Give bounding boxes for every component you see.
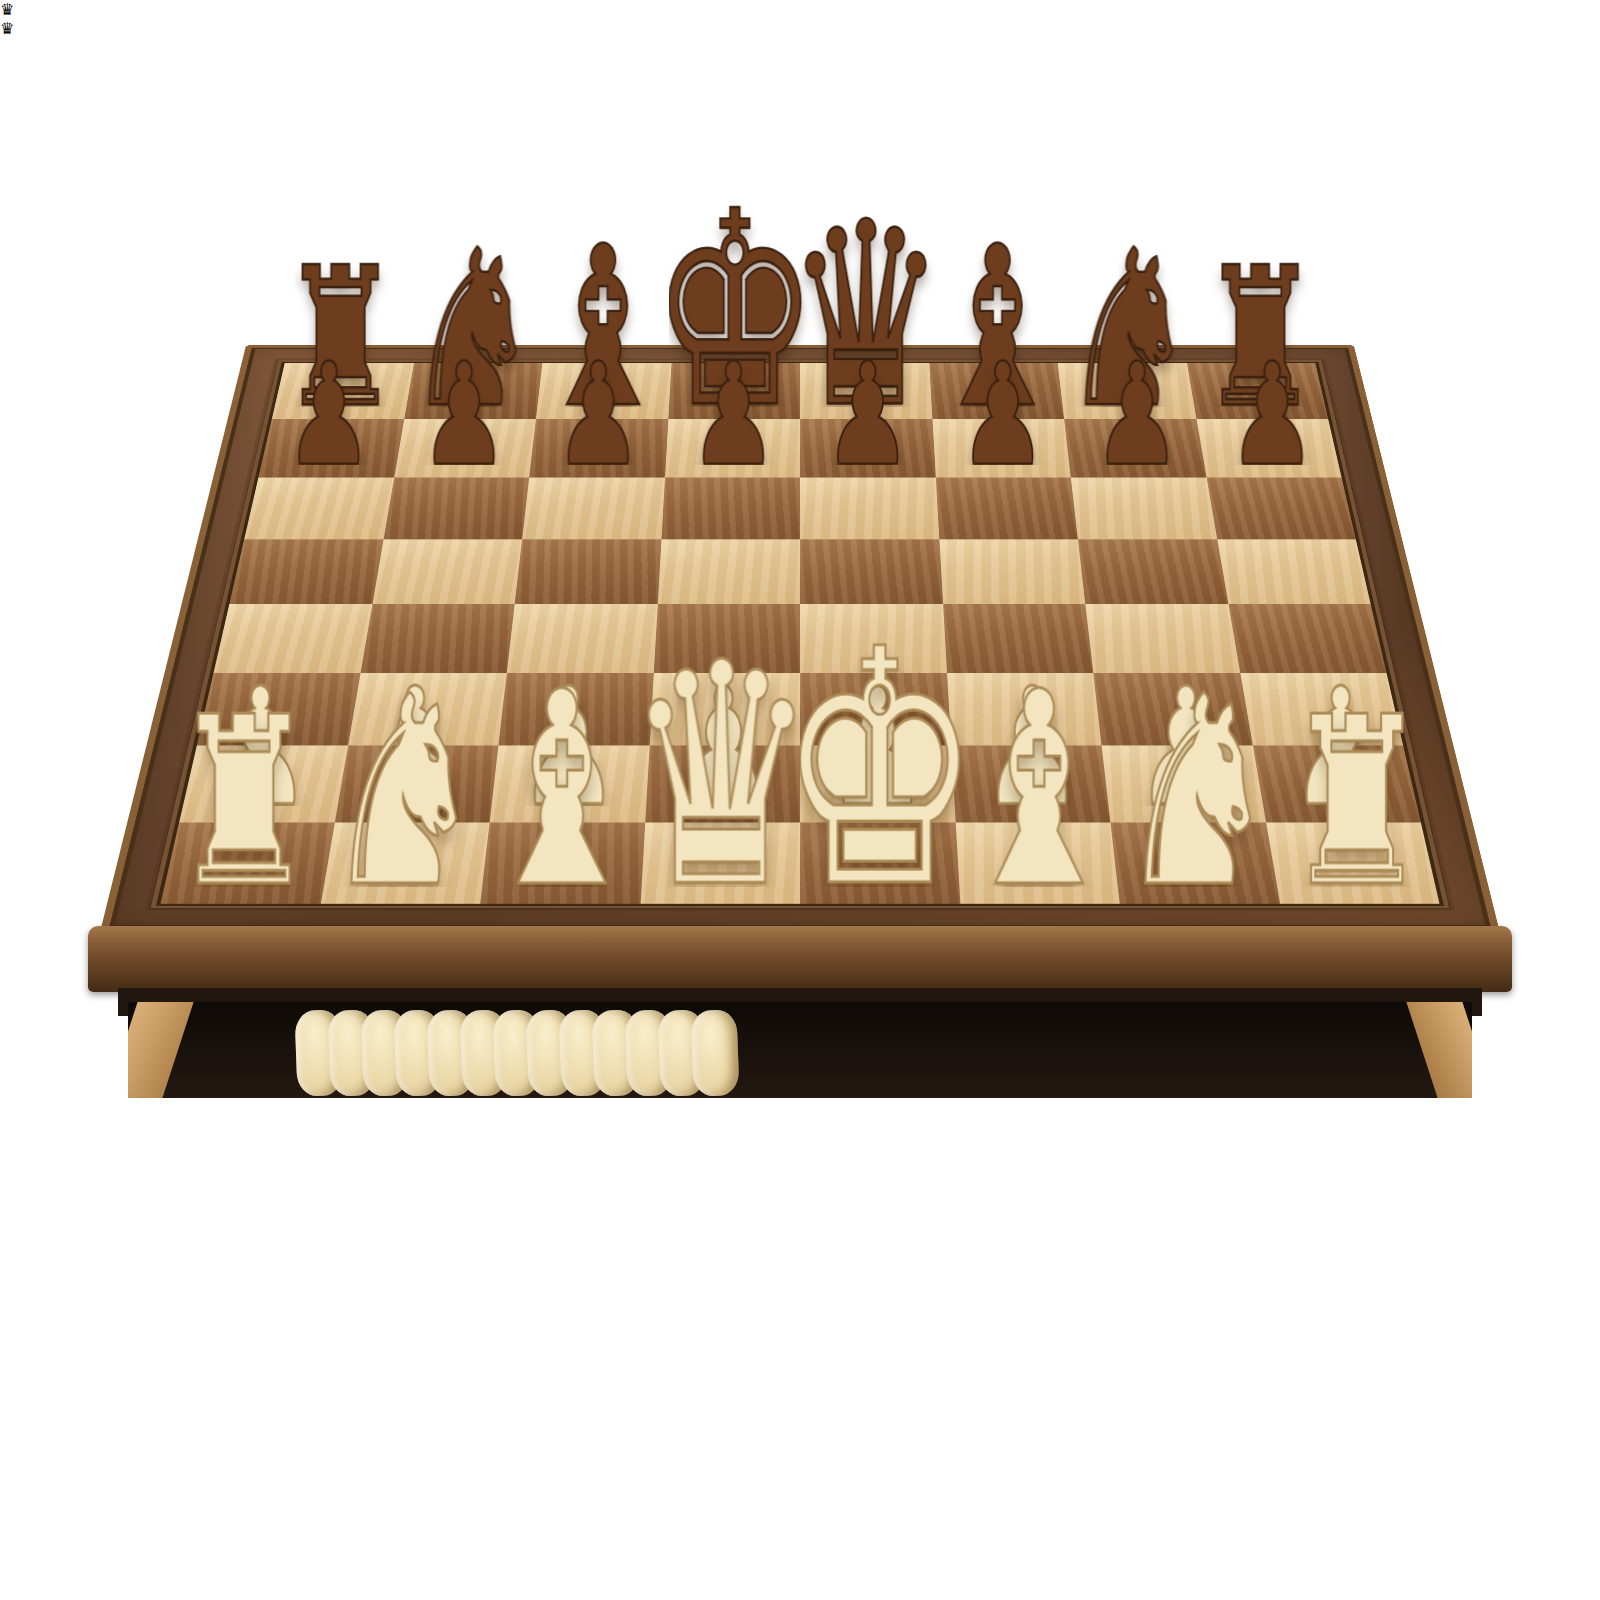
square-f1[interactable]: [955, 822, 1120, 903]
square-g4[interactable]: [1085, 604, 1240, 673]
square-a1[interactable]: [161, 822, 335, 903]
square-f3[interactable]: [947, 673, 1102, 746]
square-c7[interactable]: [529, 419, 668, 478]
spare-white-queen[interactable]: ♛: [0, 19, 1600, 38]
square-a7[interactable]: [258, 419, 404, 478]
square-e4[interactable]: [800, 604, 947, 673]
square-e6[interactable]: [800, 478, 939, 540]
product-photo-chess-set: ♜♞♝♚♛♝♞♜♟♟♟♟♟♟♟♟♟♟♟♟♟♟♟♟♜♞♝♛♚♝♞♜ ♛ ♛: [0, 0, 1600, 1600]
checkers-dark: [896, 1010, 1305, 1096]
square-g3[interactable]: [1093, 673, 1252, 746]
square-e2[interactable]: [800, 745, 955, 822]
square-h2[interactable]: [1252, 745, 1420, 822]
drawer-side-rail-right: [1406, 1002, 1472, 1098]
black-queen-icon: ♛: [0, 0, 14, 19]
white-queen-icon: ♛: [0, 19, 14, 38]
square-g1[interactable]: [1110, 822, 1279, 903]
square-a5[interactable]: [229, 539, 383, 604]
square-f4[interactable]: [943, 604, 1094, 673]
square-f6[interactable]: [935, 478, 1077, 540]
checker-light-13[interactable]: [691, 1009, 740, 1097]
square-g5[interactable]: [1078, 539, 1228, 604]
square-b7[interactable]: [394, 419, 536, 478]
square-e1[interactable]: [800, 822, 960, 903]
checker-dark-12[interactable]: [1259, 1010, 1305, 1096]
square-a4[interactable]: [214, 604, 372, 673]
square-b4[interactable]: [360, 604, 515, 673]
square-g6[interactable]: [1071, 478, 1217, 540]
square-d3[interactable]: [649, 673, 800, 746]
square-d7[interactable]: [665, 419, 800, 478]
square-c6[interactable]: [522, 478, 664, 540]
square-g7[interactable]: [1064, 419, 1206, 478]
square-a8[interactable]: [272, 363, 414, 419]
square-f7[interactable]: [932, 419, 1071, 478]
square-g2[interactable]: [1102, 745, 1266, 822]
square-h4[interactable]: [1228, 604, 1386, 673]
square-b5[interactable]: [372, 539, 522, 604]
square-c4[interactable]: [507, 604, 658, 673]
square-b6[interactable]: [383, 478, 529, 540]
square-d1[interactable]: [640, 822, 800, 903]
square-h3[interactable]: [1240, 673, 1403, 746]
square-h5[interactable]: [1217, 539, 1371, 604]
square-c1[interactable]: [480, 822, 645, 903]
square-d2[interactable]: [645, 745, 800, 822]
drawer-side-rail-left: [128, 1002, 194, 1098]
board-plane: ♜♞♝♚♛♝♞♜♟♟♟♟♟♟♟♟♟♟♟♟♟♟♟♟♜♞♝♛♚♝♞♜: [100, 345, 1500, 932]
square-c3[interactable]: [498, 673, 653, 746]
square-h8[interactable]: [1186, 363, 1328, 419]
square-d4[interactable]: [653, 604, 800, 673]
square-h6[interactable]: [1206, 478, 1356, 540]
square-b2[interactable]: [334, 745, 498, 822]
square-h1[interactable]: [1266, 822, 1440, 903]
square-e7[interactable]: [800, 419, 935, 478]
square-a6[interactable]: [244, 478, 394, 540]
square-e5[interactable]: [800, 539, 943, 604]
board-squares: [161, 363, 1440, 904]
square-a2[interactable]: [179, 745, 347, 822]
checkers-light: [296, 1010, 738, 1096]
square-h7[interactable]: [1196, 419, 1342, 478]
drawer-opening: [128, 1002, 1472, 1098]
spare-black-queen[interactable]: ♛: [0, 0, 1600, 19]
square-d5[interactable]: [657, 539, 800, 604]
square-d6[interactable]: [661, 478, 800, 540]
square-f2[interactable]: [951, 745, 1111, 822]
square-c8[interactable]: [536, 363, 671, 419]
square-b3[interactable]: [348, 673, 507, 746]
square-g8[interactable]: [1058, 363, 1196, 419]
square-e3[interactable]: [800, 673, 951, 746]
square-b1[interactable]: [320, 822, 489, 903]
square-a3[interactable]: [197, 673, 360, 746]
square-e8[interactable]: [800, 363, 932, 419]
square-c2[interactable]: [490, 745, 650, 822]
board-edge-molding: [88, 926, 1512, 992]
square-f8[interactable]: [929, 363, 1064, 419]
square-d8[interactable]: [668, 363, 800, 419]
square-f5[interactable]: [939, 539, 1085, 604]
square-c5[interactable]: [515, 539, 661, 604]
square-b8[interactable]: [404, 363, 542, 419]
